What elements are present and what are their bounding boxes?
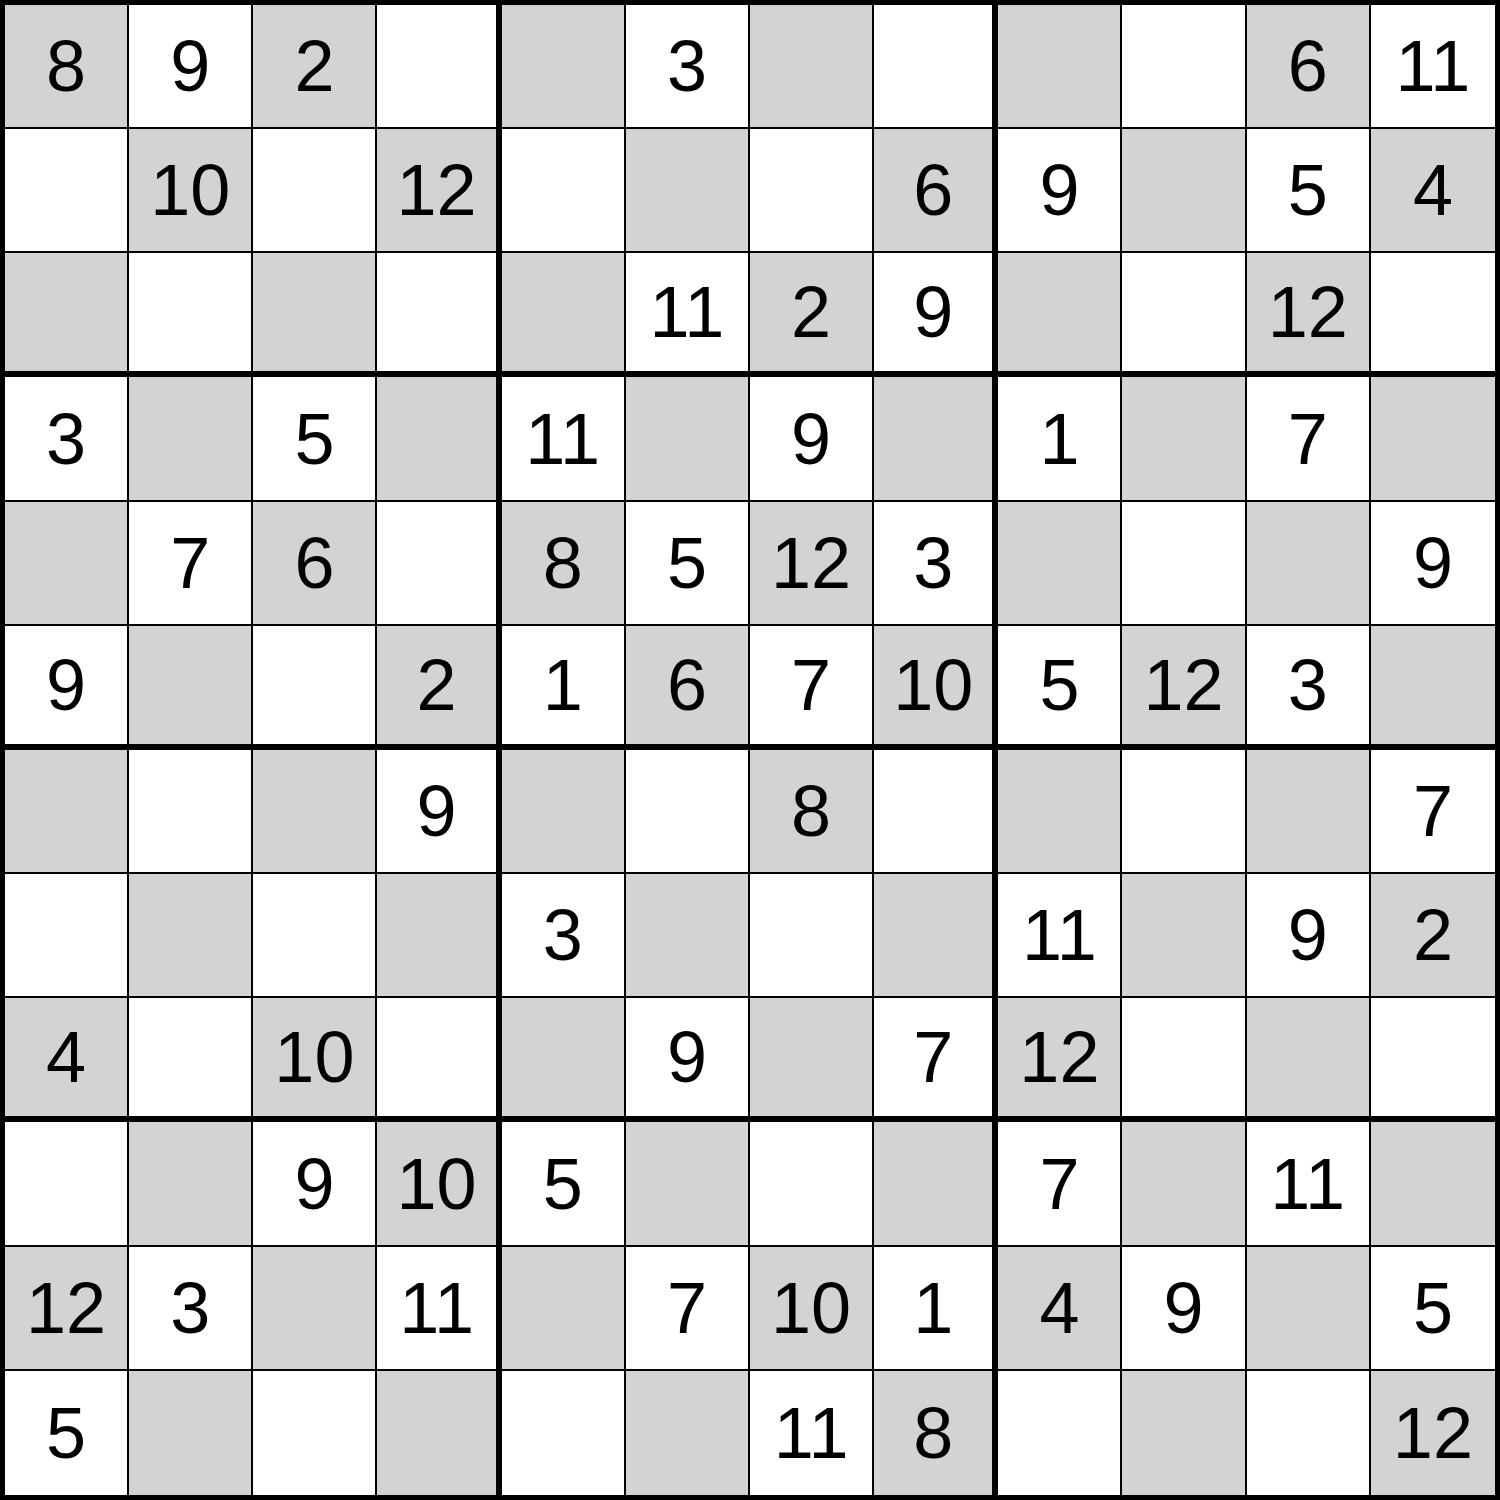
cell-r9c3-given: 10 [253, 998, 377, 1122]
cell-r2c3-empty[interactable] [253, 129, 377, 253]
cell-r5c4-empty[interactable] [377, 502, 501, 626]
cell-r7c9-empty[interactable] [998, 750, 1122, 874]
cell-r3c6-given: 11 [626, 253, 750, 377]
sudoku-board: 8923611101269541129123511917768512399216… [0, 0, 1500, 1500]
cell-r6c6-given: 6 [626, 626, 750, 750]
cell-r1c8-empty[interactable] [874, 5, 998, 129]
cell-r8c4-empty[interactable] [377, 874, 501, 998]
cell-r1c4-empty[interactable] [377, 5, 501, 129]
cell-r2c2-given: 10 [129, 129, 253, 253]
cell-r5c8-given: 3 [874, 502, 998, 626]
cell-r12c9-empty[interactable] [998, 1371, 1122, 1495]
cell-r11c9-given: 4 [998, 1247, 1122, 1371]
cell-r1c12-given: 11 [1371, 5, 1495, 129]
cell-r2c8-given: 6 [874, 129, 998, 253]
cell-r12c6-empty[interactable] [626, 1371, 750, 1495]
cell-r6c8-given: 10 [874, 626, 998, 750]
cell-r5c6-given: 5 [626, 502, 750, 626]
cell-r9c7-empty[interactable] [750, 998, 874, 1122]
cell-r5c1-empty[interactable] [5, 502, 129, 626]
cell-r10c11-given: 11 [1247, 1122, 1371, 1246]
cell-r8c1-empty[interactable] [5, 874, 129, 998]
cell-r12c2-empty[interactable] [129, 1371, 253, 1495]
cell-r12c4-empty[interactable] [377, 1371, 501, 1495]
cell-r11c10-given: 9 [1122, 1247, 1246, 1371]
cell-r8c10-empty[interactable] [1122, 874, 1246, 998]
cell-r9c6-given: 9 [626, 998, 750, 1122]
cell-r1c10-empty[interactable] [1122, 5, 1246, 129]
cell-r7c8-empty[interactable] [874, 750, 998, 874]
cell-r10c8-empty[interactable] [874, 1122, 998, 1246]
cell-r3c9-empty[interactable] [998, 253, 1122, 377]
cell-r3c3-empty[interactable] [253, 253, 377, 377]
cell-r5c5-given: 8 [502, 502, 626, 626]
puzzle-page: 8923611101269541129123511917768512399216… [0, 0, 1500, 1500]
cell-r10c2-empty[interactable] [129, 1122, 253, 1246]
cell-r4c8-empty[interactable] [874, 377, 998, 501]
cell-r11c2-given: 3 [129, 1247, 253, 1371]
cell-r1c11-given: 6 [1247, 5, 1371, 129]
cell-r8c6-empty[interactable] [626, 874, 750, 998]
cell-r9c9-given: 12 [998, 998, 1122, 1122]
cell-r3c10-empty[interactable] [1122, 253, 1246, 377]
cell-r4c6-empty[interactable] [626, 377, 750, 501]
cell-r12c1-given: 5 [5, 1371, 129, 1495]
cell-r9c4-empty[interactable] [377, 998, 501, 1122]
cell-r10c4-given: 10 [377, 1122, 501, 1246]
cell-r11c8-given: 1 [874, 1247, 998, 1371]
cell-r3c7-given: 2 [750, 253, 874, 377]
cell-r3c12-empty[interactable] [1371, 253, 1495, 377]
cell-r8c2-empty[interactable] [129, 874, 253, 998]
cell-r3c1-empty[interactable] [5, 253, 129, 377]
cell-r2c7-empty[interactable] [750, 129, 874, 253]
cell-r1c9-empty[interactable] [998, 5, 1122, 129]
cell-r10c5-given: 5 [502, 1122, 626, 1246]
cell-r12c3-empty[interactable] [253, 1371, 377, 1495]
cell-r5c11-empty[interactable] [1247, 502, 1371, 626]
cell-r12c12-given: 12 [1371, 1371, 1495, 1495]
cell-r1c6-given: 3 [626, 5, 750, 129]
cell-r1c2-given: 9 [129, 5, 253, 129]
cell-r4c9-given: 1 [998, 377, 1122, 501]
cell-r12c5-empty[interactable] [502, 1371, 626, 1495]
cell-r3c2-empty[interactable] [129, 253, 253, 377]
cell-r5c12-given: 9 [1371, 502, 1495, 626]
cell-r6c4-given: 2 [377, 626, 501, 750]
cell-r6c3-empty[interactable] [253, 626, 377, 750]
cell-r2c6-empty[interactable] [626, 129, 750, 253]
cell-r2c1-empty[interactable] [5, 129, 129, 253]
cell-r5c3-given: 6 [253, 502, 377, 626]
cell-r1c1-given: 8 [5, 5, 129, 129]
cell-r7c11-empty[interactable] [1247, 750, 1371, 874]
cell-r2c11-given: 5 [1247, 129, 1371, 253]
cell-r5c9-empty[interactable] [998, 502, 1122, 626]
cell-r7c10-empty[interactable] [1122, 750, 1246, 874]
cell-r12c8-given: 8 [874, 1371, 998, 1495]
cell-r2c4-given: 12 [377, 129, 501, 253]
cell-r8c8-empty[interactable] [874, 874, 998, 998]
cell-r6c11-given: 3 [1247, 626, 1371, 750]
cell-r6c12-empty[interactable] [1371, 626, 1495, 750]
cell-r9c10-empty[interactable] [1122, 998, 1246, 1122]
cell-r8c11-given: 9 [1247, 874, 1371, 998]
cell-r9c11-empty[interactable] [1247, 998, 1371, 1122]
cell-r4c10-empty[interactable] [1122, 377, 1246, 501]
cell-r6c10-given: 12 [1122, 626, 1246, 750]
cell-r4c12-empty[interactable] [1371, 377, 1495, 501]
cell-r8c7-empty[interactable] [750, 874, 874, 998]
cell-r10c10-empty[interactable] [1122, 1122, 1246, 1246]
cell-r8c3-empty[interactable] [253, 874, 377, 998]
cell-r3c5-empty[interactable] [502, 253, 626, 377]
cell-r5c10-empty[interactable] [1122, 502, 1246, 626]
cell-r1c5-empty[interactable] [502, 5, 626, 129]
cell-r2c12-given: 4 [1371, 129, 1495, 253]
cell-r7c5-empty[interactable] [502, 750, 626, 874]
cell-r6c5-given: 1 [502, 626, 626, 750]
cell-r9c1-given: 4 [5, 998, 129, 1122]
cell-r12c11-empty[interactable] [1247, 1371, 1371, 1495]
cell-r7c7-given: 8 [750, 750, 874, 874]
cell-r4c7-given: 9 [750, 377, 874, 501]
cell-r7c2-empty[interactable] [129, 750, 253, 874]
cell-r7c6-empty[interactable] [626, 750, 750, 874]
cell-r6c2-empty[interactable] [129, 626, 253, 750]
cell-r7c4-given: 9 [377, 750, 501, 874]
cell-r1c3-given: 2 [253, 5, 377, 129]
cell-r10c12-empty[interactable] [1371, 1122, 1495, 1246]
cell-r5c7-given: 12 [750, 502, 874, 626]
cell-r6c1-given: 9 [5, 626, 129, 750]
cell-r7c3-empty[interactable] [253, 750, 377, 874]
cell-r4c1-given: 3 [5, 377, 129, 501]
cell-r7c12-given: 7 [1371, 750, 1495, 874]
cell-r11c6-given: 7 [626, 1247, 750, 1371]
cell-r11c5-empty[interactable] [502, 1247, 626, 1371]
cell-r3c11-given: 12 [1247, 253, 1371, 377]
cell-r8c5-given: 3 [502, 874, 626, 998]
cell-r10c1-empty[interactable] [5, 1122, 129, 1246]
cell-r9c5-empty[interactable] [502, 998, 626, 1122]
cell-r8c12-given: 2 [1371, 874, 1495, 998]
cell-r12c7-given: 11 [750, 1371, 874, 1495]
cell-r4c11-given: 7 [1247, 377, 1371, 501]
cell-r7c1-empty[interactable] [5, 750, 129, 874]
cell-r4c5-given: 11 [502, 377, 626, 501]
cell-r2c5-empty[interactable] [502, 129, 626, 253]
cell-r4c3-given: 5 [253, 377, 377, 501]
cell-r3c4-empty[interactable] [377, 253, 501, 377]
cell-r6c7-given: 7 [750, 626, 874, 750]
cell-r9c12-empty[interactable] [1371, 998, 1495, 1122]
cell-r11c4-given: 11 [377, 1247, 501, 1371]
cell-r10c3-given: 9 [253, 1122, 377, 1246]
cell-r1c7-empty[interactable] [750, 5, 874, 129]
cell-r10c6-empty[interactable] [626, 1122, 750, 1246]
cell-r9c2-empty[interactable] [129, 998, 253, 1122]
cell-r10c7-empty[interactable] [750, 1122, 874, 1246]
cell-r5c2-given: 7 [129, 502, 253, 626]
cell-r4c2-empty[interactable] [129, 377, 253, 501]
cell-r10c9-given: 7 [998, 1122, 1122, 1246]
cell-r11c12-given: 5 [1371, 1247, 1495, 1371]
cell-r8c9-given: 11 [998, 874, 1122, 998]
cell-r2c9-given: 9 [998, 129, 1122, 253]
cell-r6c9-given: 5 [998, 626, 1122, 750]
cell-r11c11-empty[interactable] [1247, 1247, 1371, 1371]
cell-r11c7-given: 10 [750, 1247, 874, 1371]
cell-r12c10-empty[interactable] [1122, 1371, 1246, 1495]
cell-r3c8-given: 9 [874, 253, 998, 377]
cell-r11c1-given: 12 [5, 1247, 129, 1371]
cell-r11c3-empty[interactable] [253, 1247, 377, 1371]
cell-r4c4-empty[interactable] [377, 377, 501, 501]
cell-r9c8-given: 7 [874, 998, 998, 1122]
cell-r2c10-empty[interactable] [1122, 129, 1246, 253]
